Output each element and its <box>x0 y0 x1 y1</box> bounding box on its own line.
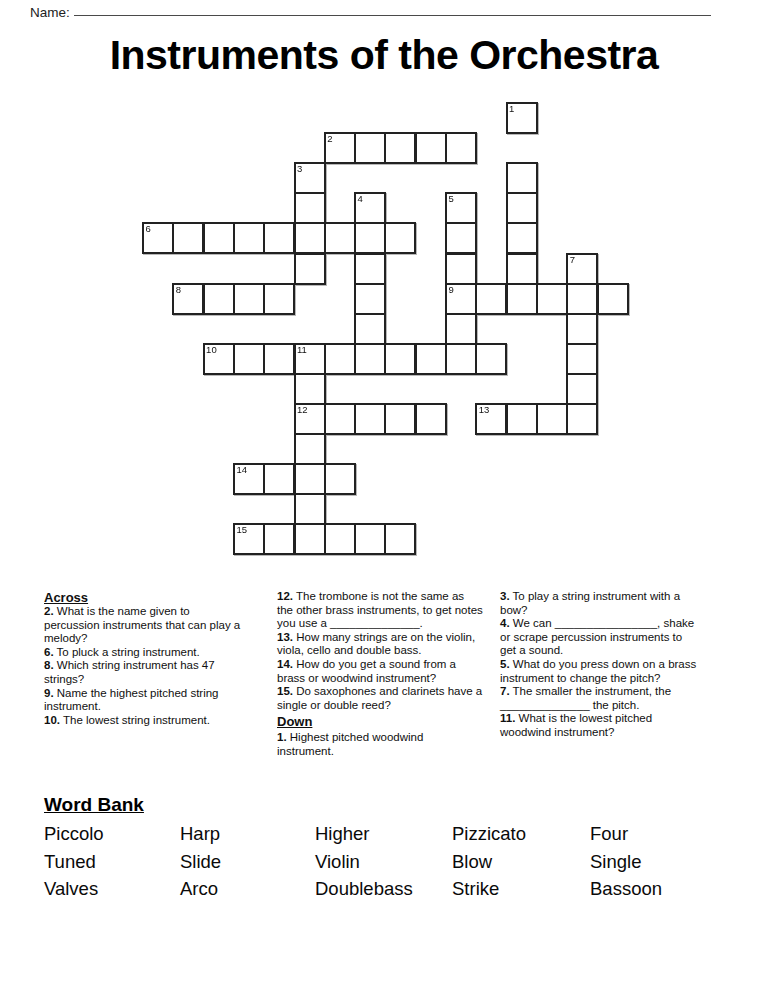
crossword-cell[interactable] <box>263 343 295 375</box>
crossword-cell[interactable] <box>294 463 326 495</box>
crossword-cell[interactable] <box>354 343 386 375</box>
crossword-cell[interactable] <box>475 283 507 315</box>
clues-column-middle: 12. The trombone is not the same as the … <box>277 590 483 759</box>
word-bank-title: Word Bank <box>44 794 744 816</box>
word-bank-word: Piccolo <box>44 823 180 851</box>
clues-header-down: Down <box>277 714 483 729</box>
crossword-cell[interactable] <box>354 313 386 345</box>
crossword-cell[interactable] <box>294 433 326 465</box>
clue-number: 6 <box>146 224 151 234</box>
clue-number: 11 <box>297 345 307 355</box>
crossword-cell[interactable]: 5 <box>445 192 477 224</box>
crossword-cell[interactable] <box>294 192 326 224</box>
crossword-cell[interactable] <box>354 132 386 164</box>
crossword-cell[interactable] <box>294 523 326 555</box>
crossword-cell[interactable]: 6 <box>142 222 174 254</box>
clue-number: 14 <box>236 465 247 475</box>
clue-14-across: 14. How do you get a sound from a brass … <box>277 658 483 685</box>
crossword-cell[interactable] <box>384 403 416 435</box>
crossword-cell[interactable] <box>506 192 538 224</box>
crossword-cell[interactable] <box>354 283 386 315</box>
clue-7-down: 7. The smaller the instrument, the _____… <box>500 685 698 712</box>
crossword-cell[interactable] <box>506 403 538 435</box>
crossword-cell[interactable] <box>415 132 447 164</box>
crossword-cell[interactable]: 11 <box>294 343 326 375</box>
crossword-cell[interactable] <box>172 222 204 254</box>
crossword-cell[interactable] <box>263 463 295 495</box>
crossword-cell[interactable] <box>415 403 447 435</box>
word-bank-word: Higher <box>315 823 452 851</box>
clue-13-across: 13. How many strings are on the violin, … <box>277 631 483 658</box>
page-title: Instruments of the Orchestra <box>0 32 768 79</box>
crossword-cell[interactable] <box>233 343 265 375</box>
clue-number: 1 <box>509 104 514 114</box>
word-bank-word: Violin <box>315 851 452 879</box>
crossword-cell[interactable] <box>263 523 295 555</box>
crossword-cell[interactable] <box>294 493 326 525</box>
clues-column-right: 3. To play a string instrument with a bo… <box>500 590 698 740</box>
clue-number: 8 <box>176 285 181 295</box>
crossword-cell[interactable] <box>294 253 326 285</box>
crossword-cell[interactable] <box>384 132 416 164</box>
crossword-cell[interactable] <box>566 403 598 435</box>
clue-1-down: 1. Highest pitched woodwind instrument. <box>277 731 483 758</box>
word-bank-word: Blow <box>452 851 590 879</box>
word-bank-word: Bassoon <box>590 878 700 906</box>
clue-12-across: 12. The trombone is not the same as the … <box>277 590 483 631</box>
crossword-cell[interactable]: 3 <box>294 162 326 194</box>
word-bank-word: Arco <box>180 878 315 906</box>
crossword-cell[interactable] <box>506 222 538 254</box>
crossword-cell[interactable] <box>506 162 538 194</box>
word-bank-word: Pizzicato <box>452 823 590 851</box>
word-bank-word: Valves <box>44 878 180 906</box>
crossword-cell[interactable] <box>233 222 265 254</box>
crossword-cell[interactable] <box>203 283 235 315</box>
crossword-cell[interactable]: 1 <box>506 102 538 134</box>
crossword-cell[interactable] <box>506 283 538 315</box>
crossword-cell[interactable] <box>324 222 356 254</box>
crossword-grid: 123456789101112131415 <box>142 102 634 590</box>
crossword-cell[interactable] <box>354 403 386 435</box>
crossword-cell[interactable] <box>384 222 416 254</box>
crossword-cell[interactable] <box>566 373 598 405</box>
clue-number: 7 <box>570 255 575 265</box>
crossword-cell[interactable] <box>324 403 356 435</box>
word-bank-word: Strike <box>452 878 590 906</box>
crossword-cell[interactable] <box>354 222 386 254</box>
name-fill-line[interactable] <box>74 2 711 16</box>
name-label: Name: <box>30 5 70 20</box>
clues-column-left: Across2. What is the name given to percu… <box>44 590 244 727</box>
crossword-cell[interactable] <box>445 132 477 164</box>
crossword-cell[interactable] <box>324 523 356 555</box>
crossword-cell[interactable] <box>233 283 265 315</box>
word-bank-word: Tuned <box>44 851 180 879</box>
crossword-cell[interactable] <box>445 343 477 375</box>
clue-5-down: 5. What do you press down on a brass ins… <box>500 658 698 685</box>
crossword-cell[interactable] <box>354 523 386 555</box>
clue-number: 13 <box>479 405 490 415</box>
word-bank-word: Single <box>590 851 700 879</box>
clue-number: 12 <box>297 405 308 415</box>
clue-15-across: 15. Do saxophones and clarinets have a s… <box>277 685 483 712</box>
name-row: Name: <box>30 2 720 20</box>
crossword-cell[interactable] <box>384 343 416 375</box>
clue-number: 9 <box>449 285 454 295</box>
crossword-cell[interactable]: 14 <box>233 463 265 495</box>
clue-6-across: 6. To pluck a string instrument. <box>44 646 244 660</box>
crossword-cell[interactable] <box>597 283 629 315</box>
clue-number: 4 <box>358 194 363 204</box>
crossword-cell[interactable]: 15 <box>233 523 265 555</box>
clue-number: 5 <box>449 194 454 204</box>
crossword-cell[interactable]: 2 <box>324 132 356 164</box>
crossword-cell[interactable] <box>536 403 568 435</box>
crossword-cell[interactable] <box>324 343 356 375</box>
crossword-cell[interactable] <box>294 373 326 405</box>
crossword-cell[interactable] <box>566 313 598 345</box>
clue-11-down: 11. What is the lowest pitched woodwind … <box>500 712 698 739</box>
crossword-cell[interactable] <box>566 343 598 375</box>
worksheet-page: Name: Instruments of the Orchestra 12345… <box>0 0 768 994</box>
crossword-cell[interactable] <box>354 253 386 285</box>
crossword-cell[interactable] <box>384 523 416 555</box>
word-bank-grid: PiccoloTunedValvesHarpSlideArcoHigherVio… <box>44 823 744 906</box>
crossword-cell[interactable] <box>324 463 356 495</box>
clue-number: 10 <box>206 345 217 355</box>
clue-9-across: 9. Name the highest pitched string instr… <box>44 687 244 714</box>
crossword-cell[interactable]: 7 <box>566 253 598 285</box>
crossword-cell[interactable] <box>415 343 447 375</box>
word-bank-word: Doublebass <box>315 878 452 906</box>
clues-header-across: Across <box>44 590 244 605</box>
crossword-cell[interactable]: 8 <box>172 283 204 315</box>
crossword-cell[interactable] <box>263 283 295 315</box>
crossword-cell[interactable] <box>203 222 235 254</box>
word-bank-word: Four <box>590 823 700 851</box>
crossword-cell[interactable] <box>506 253 538 285</box>
word-bank: Word Bank PiccoloTunedValvesHarpSlideArc… <box>44 794 744 906</box>
crossword-cell[interactable] <box>536 283 568 315</box>
word-bank-word: Harp <box>180 823 315 851</box>
clue-number: 15 <box>236 525 247 535</box>
clue-number: 3 <box>297 164 302 174</box>
clue-10-across: 10. The lowest string instrument. <box>44 714 244 728</box>
crossword-cell[interactable] <box>445 253 477 285</box>
crossword-cell[interactable] <box>475 343 507 375</box>
clue-number: 2 <box>327 134 332 144</box>
clue-2-across: 2. What is the name given to percussion … <box>44 605 244 646</box>
crossword-cell[interactable] <box>294 222 326 254</box>
clue-3-down: 3. To play a string instrument with a bo… <box>500 590 698 617</box>
crossword-cell[interactable]: 10 <box>203 343 235 375</box>
crossword-cell[interactable]: 9 <box>445 283 477 315</box>
crossword-cell[interactable] <box>566 283 598 315</box>
crossword-cell[interactable]: 4 <box>354 192 386 224</box>
word-bank-word: Slide <box>180 851 315 879</box>
crossword-cell[interactable] <box>445 222 477 254</box>
clue-8-across: 8. Which string instrument has 47 string… <box>44 659 244 686</box>
clue-4-down: 4. We can ________________, shake or scr… <box>500 617 698 658</box>
crossword-cell[interactable]: 12 <box>294 403 326 435</box>
crossword-cell[interactable] <box>263 222 295 254</box>
crossword-cell[interactable] <box>445 313 477 345</box>
crossword-cell[interactable]: 13 <box>475 403 507 435</box>
